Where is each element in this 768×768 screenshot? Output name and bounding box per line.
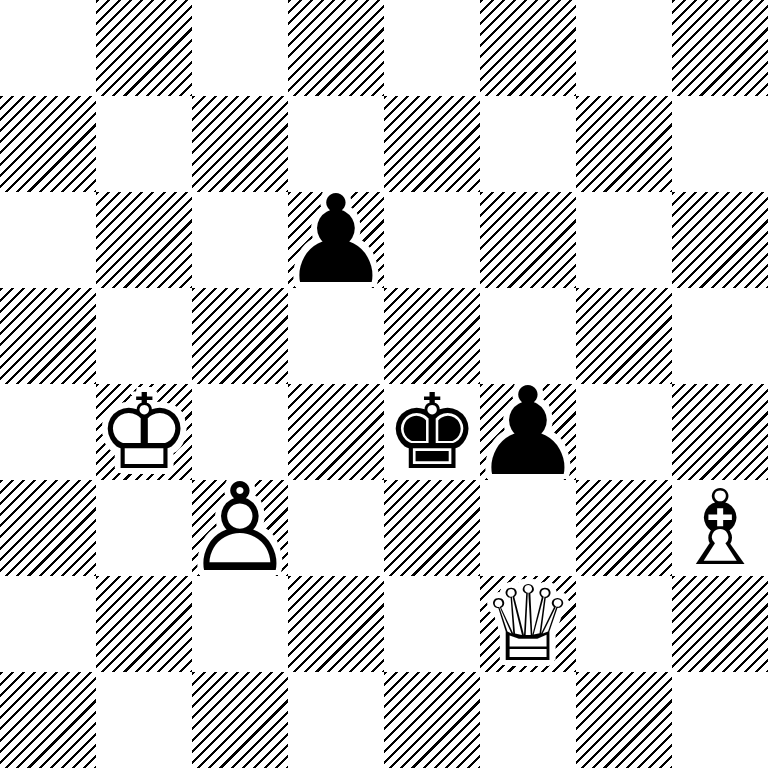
square-g4[interactable] — [576, 384, 672, 480]
square-d6[interactable]: ♟♟ — [288, 192, 384, 288]
square-c1[interactable] — [192, 672, 288, 768]
square-g5[interactable] — [576, 288, 672, 384]
piece-glyph: ♔ — [96, 384, 192, 480]
square-g2[interactable] — [576, 576, 672, 672]
square-c5[interactable] — [192, 288, 288, 384]
square-h3[interactable]: ♝♗ — [672, 480, 768, 576]
piece-glyph: ♗ — [672, 480, 768, 576]
piece-glyph: ♕ — [480, 576, 576, 672]
white-pawn-piece[interactable]: ♟♙ — [192, 480, 288, 576]
square-f3[interactable] — [480, 480, 576, 576]
square-h2[interactable] — [672, 576, 768, 672]
square-c7[interactable] — [192, 96, 288, 192]
square-c6[interactable] — [192, 192, 288, 288]
black-king-piece[interactable]: ♚♚ — [384, 384, 480, 480]
square-d4[interactable] — [288, 384, 384, 480]
white-king-piece[interactable]: ♚♔ — [96, 384, 192, 480]
square-h4[interactable] — [672, 384, 768, 480]
square-b4[interactable]: ♚♔ — [96, 384, 192, 480]
square-h8[interactable] — [672, 0, 768, 96]
square-a7[interactable] — [0, 96, 96, 192]
square-e2[interactable] — [384, 576, 480, 672]
square-b6[interactable] — [96, 192, 192, 288]
piece-glyph: ♟ — [288, 192, 384, 288]
square-d1[interactable] — [288, 672, 384, 768]
square-a1[interactable] — [0, 672, 96, 768]
square-e5[interactable] — [384, 288, 480, 384]
square-f6[interactable] — [480, 192, 576, 288]
square-d3[interactable] — [288, 480, 384, 576]
square-e4[interactable]: ♚♚ — [384, 384, 480, 480]
square-f8[interactable] — [480, 0, 576, 96]
square-e3[interactable] — [384, 480, 480, 576]
square-b8[interactable] — [96, 0, 192, 96]
square-h6[interactable] — [672, 192, 768, 288]
square-e7[interactable] — [384, 96, 480, 192]
white-bishop-piece[interactable]: ♝♗ — [672, 480, 768, 576]
square-a2[interactable] — [0, 576, 96, 672]
square-g1[interactable] — [576, 672, 672, 768]
square-b7[interactable] — [96, 96, 192, 192]
square-a5[interactable] — [0, 288, 96, 384]
square-g3[interactable] — [576, 480, 672, 576]
piece-glyph: ♟ — [480, 384, 576, 480]
square-e1[interactable] — [384, 672, 480, 768]
square-a8[interactable] — [0, 0, 96, 96]
piece-glyph: ♙ — [192, 480, 288, 576]
square-a4[interactable] — [0, 384, 96, 480]
square-h1[interactable] — [672, 672, 768, 768]
square-g7[interactable] — [576, 96, 672, 192]
square-g8[interactable] — [576, 0, 672, 96]
piece-glyph: ♚ — [384, 384, 480, 480]
square-d8[interactable] — [288, 0, 384, 96]
chess-board: ♟♟♚♔♚♚♟♟♟♙♝♗♛♕ — [0, 0, 768, 768]
square-b1[interactable] — [96, 672, 192, 768]
square-a3[interactable] — [0, 480, 96, 576]
square-e8[interactable] — [384, 0, 480, 96]
square-f4[interactable]: ♟♟ — [480, 384, 576, 480]
square-f2[interactable]: ♛♕ — [480, 576, 576, 672]
black-pawn-piece[interactable]: ♟♟ — [480, 384, 576, 480]
square-h5[interactable] — [672, 288, 768, 384]
black-pawn-piece[interactable]: ♟♟ — [288, 192, 384, 288]
square-d2[interactable] — [288, 576, 384, 672]
square-c2[interactable] — [192, 576, 288, 672]
square-h7[interactable] — [672, 96, 768, 192]
square-g6[interactable] — [576, 192, 672, 288]
square-b3[interactable] — [96, 480, 192, 576]
square-c8[interactable] — [192, 0, 288, 96]
square-e6[interactable] — [384, 192, 480, 288]
square-d5[interactable] — [288, 288, 384, 384]
square-a6[interactable] — [0, 192, 96, 288]
square-c3[interactable]: ♟♙ — [192, 480, 288, 576]
square-f7[interactable] — [480, 96, 576, 192]
square-b2[interactable] — [96, 576, 192, 672]
square-b5[interactable] — [96, 288, 192, 384]
white-queen-piece[interactable]: ♛♕ — [480, 576, 576, 672]
square-f1[interactable] — [480, 672, 576, 768]
